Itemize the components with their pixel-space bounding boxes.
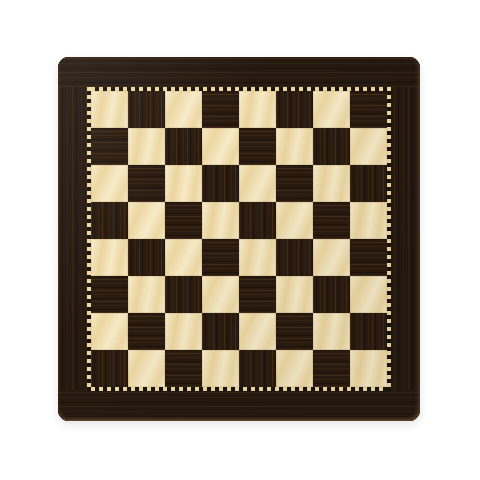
square-d6[interactable]: [202, 165, 239, 202]
square-f3[interactable]: [276, 276, 313, 313]
square-g6[interactable]: [313, 165, 350, 202]
square-g1[interactable]: [313, 350, 350, 387]
square-f5[interactable]: [276, 202, 313, 239]
square-d5[interactable]: [202, 202, 239, 239]
square-e1[interactable]: [239, 350, 276, 387]
square-h4[interactable]: [350, 239, 387, 276]
square-a3[interactable]: [91, 276, 128, 313]
square-d3[interactable]: [202, 276, 239, 313]
square-b6[interactable]: [128, 165, 165, 202]
square-b2[interactable]: [128, 313, 165, 350]
square-b8[interactable]: [128, 91, 165, 128]
square-e2[interactable]: [239, 313, 276, 350]
square-g3[interactable]: [313, 276, 350, 313]
board-frame-top-rail: [58, 57, 420, 87]
square-c7[interactable]: [165, 128, 202, 165]
square-h6[interactable]: [350, 165, 387, 202]
square-f1[interactable]: [276, 350, 313, 387]
square-h8[interactable]: [350, 91, 387, 128]
square-g8[interactable]: [313, 91, 350, 128]
square-f4[interactable]: [276, 239, 313, 276]
square-g7[interactable]: [313, 128, 350, 165]
square-a1[interactable]: [91, 350, 128, 387]
square-b3[interactable]: [128, 276, 165, 313]
square-c4[interactable]: [165, 239, 202, 276]
board-grid: [91, 91, 387, 387]
square-e4[interactable]: [239, 239, 276, 276]
square-g5[interactable]: [313, 202, 350, 239]
square-a5[interactable]: [91, 202, 128, 239]
square-e7[interactable]: [239, 128, 276, 165]
square-c3[interactable]: [165, 276, 202, 313]
square-e8[interactable]: [239, 91, 276, 128]
square-a2[interactable]: [91, 313, 128, 350]
square-f2[interactable]: [276, 313, 313, 350]
square-c1[interactable]: [165, 350, 202, 387]
square-b5[interactable]: [128, 202, 165, 239]
square-d1[interactable]: [202, 350, 239, 387]
square-b4[interactable]: [128, 239, 165, 276]
square-h7[interactable]: [350, 128, 387, 165]
square-g2[interactable]: [313, 313, 350, 350]
square-h1[interactable]: [350, 350, 387, 387]
square-f8[interactable]: [276, 91, 313, 128]
square-d2[interactable]: [202, 313, 239, 350]
inlay-border-right: [387, 87, 391, 391]
square-e5[interactable]: [239, 202, 276, 239]
square-c8[interactable]: [165, 91, 202, 128]
square-h2[interactable]: [350, 313, 387, 350]
playing-field: [87, 87, 391, 391]
square-g4[interactable]: [313, 239, 350, 276]
square-d4[interactable]: [202, 239, 239, 276]
square-c6[interactable]: [165, 165, 202, 202]
square-a6[interactable]: [91, 165, 128, 202]
square-c5[interactable]: [165, 202, 202, 239]
square-e6[interactable]: [239, 165, 276, 202]
square-c2[interactable]: [165, 313, 202, 350]
square-h3[interactable]: [350, 276, 387, 313]
square-b1[interactable]: [128, 350, 165, 387]
product-photo: [0, 0, 480, 480]
board-frame-bottom-rail: [58, 390, 420, 421]
inlay-border-bottom: [87, 387, 391, 391]
square-a4[interactable]: [91, 239, 128, 276]
square-a8[interactable]: [91, 91, 128, 128]
chessboard: [58, 57, 420, 421]
square-h5[interactable]: [350, 202, 387, 239]
square-d7[interactable]: [202, 128, 239, 165]
square-d8[interactable]: [202, 91, 239, 128]
square-e3[interactable]: [239, 276, 276, 313]
square-f7[interactable]: [276, 128, 313, 165]
square-b7[interactable]: [128, 128, 165, 165]
square-a7[interactable]: [91, 128, 128, 165]
square-f6[interactable]: [276, 165, 313, 202]
